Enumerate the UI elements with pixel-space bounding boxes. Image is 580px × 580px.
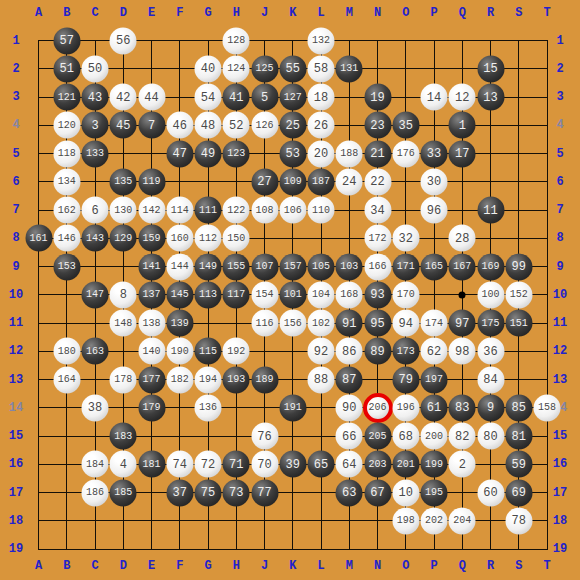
stone-B12[interactable]: 180: [53, 338, 80, 365]
coord-label-bottom: D: [120, 559, 127, 573]
coord-label-left: 11: [9, 316, 23, 330]
stone-R7[interactable]: 11: [477, 197, 504, 224]
coord-label-bottom: N: [374, 559, 381, 573]
coord-label-right: 7: [556, 203, 563, 217]
coord-label-top: L: [317, 6, 324, 20]
stone-L2[interactable]: 58: [308, 55, 335, 82]
coord-label-bottom: P: [430, 559, 437, 573]
stone-Q14[interactable]: 83: [449, 394, 476, 421]
coord-label-left: 9: [12, 260, 19, 274]
coord-label-bottom: L: [317, 559, 324, 573]
stone-Q12[interactable]: 98: [449, 338, 476, 365]
stone-S9[interactable]: 99: [505, 253, 532, 280]
coord-label-bottom: T: [543, 559, 550, 573]
stone-Q9[interactable]: 167: [449, 253, 476, 280]
stone-P6[interactable]: 30: [421, 168, 448, 195]
coord-label-top: B: [63, 6, 70, 20]
stone-L12[interactable]: 92: [308, 338, 335, 365]
stone-J9[interactable]: 107: [251, 253, 278, 280]
coord-label-left: 2: [12, 62, 19, 76]
stone-M14[interactable]: 90: [336, 394, 363, 421]
coord-label-top: K: [289, 6, 296, 20]
stone-E4[interactable]: 7: [138, 112, 165, 139]
coord-label-right: 18: [553, 514, 567, 528]
stone-L5[interactable]: 20: [308, 140, 335, 167]
stone-N8[interactable]: 172: [364, 225, 391, 252]
stone-N7[interactable]: 34: [364, 197, 391, 224]
stone-K6[interactable]: 109: [279, 168, 306, 195]
coord-label-left: 3: [12, 90, 19, 104]
stone-J11[interactable]: 116: [251, 310, 278, 337]
stone-P3[interactable]: 14: [421, 84, 448, 111]
coord-label-bottom: J: [261, 559, 268, 573]
stone-B2[interactable]: 51: [53, 55, 80, 82]
coord-label-left: 5: [12, 147, 19, 161]
stone-Q3[interactable]: 12: [449, 84, 476, 111]
stone-G5[interactable]: 49: [195, 140, 222, 167]
stone-N14-last-move[interactable]: 206: [363, 393, 393, 423]
coord-label-left: 15: [9, 429, 23, 443]
stone-C3[interactable]: 43: [82, 84, 109, 111]
coord-label-right: 5: [556, 147, 563, 161]
stone-F13[interactable]: 182: [166, 366, 193, 393]
stone-H2[interactable]: 124: [223, 55, 250, 82]
stone-O10[interactable]: 170: [392, 281, 419, 308]
coord-label-bottom: M: [346, 559, 353, 573]
stone-M16[interactable]: 64: [336, 451, 363, 478]
coord-label-left: 8: [12, 231, 19, 245]
coord-label-top: N: [374, 6, 381, 20]
stone-F11[interactable]: 139: [166, 310, 193, 337]
stone-E11[interactable]: 138: [138, 310, 165, 337]
coord-label-top: O: [402, 6, 409, 20]
coord-label-top: S: [515, 6, 522, 20]
stone-F10[interactable]: 145: [166, 281, 193, 308]
stone-L9[interactable]: 105: [308, 253, 335, 280]
stone-R10[interactable]: 100: [477, 281, 504, 308]
star-point: [459, 291, 466, 298]
stone-N5[interactable]: 21: [364, 140, 391, 167]
coord-label-right: 16: [553, 457, 567, 471]
stone-G17[interactable]: 75: [195, 479, 222, 506]
go-board[interactable]: AA11BB22CC33DD44EE55FF66GG77HH88JJ99KK10…: [0, 0, 580, 580]
stone-Q18[interactable]: 204: [449, 507, 476, 534]
coord-label-left: 17: [9, 486, 23, 500]
stone-F4[interactable]: 46: [166, 112, 193, 139]
coord-label-bottom: B: [63, 559, 70, 573]
stone-Q15[interactable]: 82: [449, 423, 476, 450]
stone-Q5[interactable]: 17: [449, 140, 476, 167]
stone-D16[interactable]: 4: [110, 451, 137, 478]
stone-D8[interactable]: 129: [110, 225, 137, 252]
stone-N12[interactable]: 89: [364, 338, 391, 365]
stone-Q4[interactable]: 1: [449, 112, 476, 139]
stone-B8[interactable]: 146: [53, 225, 80, 252]
stone-E6[interactable]: 119: [138, 168, 165, 195]
stone-O15[interactable]: 68: [392, 423, 419, 450]
coord-label-bottom: K: [289, 559, 296, 573]
coord-label-left: 7: [12, 203, 19, 217]
coord-label-top: Q: [459, 6, 466, 20]
stone-O13[interactable]: 79: [392, 366, 419, 393]
coord-label-left: 1: [12, 34, 19, 48]
stone-O18[interactable]: 198: [392, 507, 419, 534]
coord-label-right: 17: [553, 486, 567, 500]
stone-C4[interactable]: 3: [82, 112, 109, 139]
stone-L3[interactable]: 18: [308, 84, 335, 111]
stone-G3[interactable]: 54: [195, 84, 222, 111]
coord-label-left: 6: [12, 175, 19, 189]
stone-H8[interactable]: 150: [223, 225, 250, 252]
stone-G4[interactable]: 48: [195, 112, 222, 139]
stone-H13[interactable]: 193: [223, 366, 250, 393]
stone-C14[interactable]: 38: [82, 394, 109, 421]
coord-label-right: 11: [553, 316, 567, 330]
stone-S14[interactable]: 85: [505, 394, 532, 421]
stone-Q11[interactable]: 97: [449, 310, 476, 337]
stone-O9[interactable]: 171: [392, 253, 419, 280]
coord-label-top: D: [120, 6, 127, 20]
stone-M11[interactable]: 91: [336, 310, 363, 337]
coord-label-right: 10: [553, 288, 567, 302]
stone-J7[interactable]: 108: [251, 197, 278, 224]
stone-N15[interactable]: 205: [364, 423, 391, 450]
stone-C16[interactable]: 184: [82, 451, 109, 478]
stone-P16[interactable]: 199: [421, 451, 448, 478]
coord-label-top: G: [204, 6, 211, 20]
stone-O12[interactable]: 173: [392, 338, 419, 365]
stone-L11[interactable]: 102: [308, 310, 335, 337]
stone-H12[interactable]: 192: [223, 338, 250, 365]
stone-N11[interactable]: 95: [364, 310, 391, 337]
stone-D3[interactable]: 42: [110, 84, 137, 111]
stone-Q8[interactable]: 28: [449, 225, 476, 252]
stone-H4[interactable]: 52: [223, 112, 250, 139]
stone-M10[interactable]: 168: [336, 281, 363, 308]
stone-G14[interactable]: 136: [195, 394, 222, 421]
stone-J3[interactable]: 5: [251, 84, 278, 111]
stone-G12[interactable]: 115: [195, 338, 222, 365]
stone-J6[interactable]: 27: [251, 168, 278, 195]
coord-label-bottom: H: [233, 559, 240, 573]
stone-D4[interactable]: 45: [110, 112, 137, 139]
coord-label-top: T: [543, 6, 550, 20]
stone-F16[interactable]: 74: [166, 451, 193, 478]
stone-C2[interactable]: 50: [82, 55, 109, 82]
coord-label-right: 1: [556, 34, 563, 48]
stone-C10[interactable]: 147: [82, 281, 109, 308]
stone-L16[interactable]: 65: [308, 451, 335, 478]
stone-R12[interactable]: 36: [477, 338, 504, 365]
stone-M15[interactable]: 66: [336, 423, 363, 450]
stone-J2[interactable]: 125: [251, 55, 278, 82]
stone-N3[interactable]: 19: [364, 84, 391, 111]
stone-G7[interactable]: 111: [195, 197, 222, 224]
stone-C5[interactable]: 133: [82, 140, 109, 167]
coord-label-bottom: R: [487, 559, 494, 573]
stone-G2[interactable]: 40: [195, 55, 222, 82]
stone-H1[interactable]: 128: [223, 27, 250, 54]
stone-H10[interactable]: 117: [223, 281, 250, 308]
stone-J4[interactable]: 126: [251, 112, 278, 139]
stone-S10[interactable]: 152: [505, 281, 532, 308]
stone-K3[interactable]: 127: [279, 84, 306, 111]
coord-label-right: 9: [556, 260, 563, 274]
stone-B7[interactable]: 162: [53, 197, 80, 224]
coord-label-top: R: [487, 6, 494, 20]
stone-R15[interactable]: 80: [477, 423, 504, 450]
grid-line: [38, 549, 548, 550]
stone-B4[interactable]: 120: [53, 112, 80, 139]
stone-N4[interactable]: 23: [364, 112, 391, 139]
coord-label-top: P: [430, 6, 437, 20]
stone-D6[interactable]: 135: [110, 168, 137, 195]
stone-O17[interactable]: 10: [392, 479, 419, 506]
stone-N6[interactable]: 22: [364, 168, 391, 195]
coord-label-right: 15: [553, 429, 567, 443]
stone-R2[interactable]: 15: [477, 55, 504, 82]
stone-D13[interactable]: 178: [110, 366, 137, 393]
stone-L10[interactable]: 104: [308, 281, 335, 308]
stone-E10[interactable]: 137: [138, 281, 165, 308]
stone-N16[interactable]: 203: [364, 451, 391, 478]
stone-S11[interactable]: 151: [505, 310, 532, 337]
stone-T14[interactable]: 158: [534, 394, 561, 421]
stone-M17[interactable]: 63: [336, 479, 363, 506]
stone-J13[interactable]: 189: [251, 366, 278, 393]
coord-label-bottom: C: [91, 559, 98, 573]
stone-K10[interactable]: 101: [279, 281, 306, 308]
coord-label-left: 18: [9, 514, 23, 528]
stone-G16[interactable]: 72: [195, 451, 222, 478]
coord-label-top: A: [35, 6, 42, 20]
stone-E13[interactable]: 177: [138, 366, 165, 393]
coord-label-right: 4: [556, 118, 563, 132]
coord-label-bottom: Q: [459, 559, 466, 573]
stone-F12[interactable]: 190: [166, 338, 193, 365]
stone-G13[interactable]: 194: [195, 366, 222, 393]
stone-E9[interactable]: 141: [138, 253, 165, 280]
stone-D17[interactable]: 185: [110, 479, 137, 506]
stone-E3[interactable]: 44: [138, 84, 165, 111]
stone-L7[interactable]: 110: [308, 197, 335, 224]
stone-M5[interactable]: 188: [336, 140, 363, 167]
coord-label-right: 8: [556, 231, 563, 245]
stone-C7[interactable]: 6: [82, 197, 109, 224]
stone-P18[interactable]: 202: [421, 507, 448, 534]
coord-label-bottom: F: [176, 559, 183, 573]
stone-B13[interactable]: 164: [53, 366, 80, 393]
stone-K14[interactable]: 191: [279, 394, 306, 421]
stone-J10[interactable]: 154: [251, 281, 278, 308]
stone-K5[interactable]: 53: [279, 140, 306, 167]
coord-label-bottom: G: [204, 559, 211, 573]
stone-M9[interactable]: 103: [336, 253, 363, 280]
stone-E12[interactable]: 140: [138, 338, 165, 365]
coord-label-bottom: E: [148, 559, 155, 573]
coord-label-left: 14: [9, 401, 23, 415]
stone-L4[interactable]: 26: [308, 112, 335, 139]
coord-label-right: 19: [553, 542, 567, 556]
stone-M13[interactable]: 87: [336, 366, 363, 393]
stone-D7[interactable]: 130: [110, 197, 137, 224]
stone-S18[interactable]: 78: [505, 507, 532, 534]
stone-R11[interactable]: 175: [477, 310, 504, 337]
stone-D11[interactable]: 148: [110, 310, 137, 337]
stone-H5[interactable]: 123: [223, 140, 250, 167]
grid-line: [547, 40, 548, 550]
stone-O5[interactable]: 176: [392, 140, 419, 167]
coord-label-top: M: [346, 6, 353, 20]
stone-P7[interactable]: 96: [421, 197, 448, 224]
stone-H16[interactable]: 71: [223, 451, 250, 478]
stone-P17[interactable]: 195: [421, 479, 448, 506]
stone-D10[interactable]: 8: [110, 281, 137, 308]
stone-R17[interactable]: 60: [477, 479, 504, 506]
stone-K9[interactable]: 157: [279, 253, 306, 280]
stone-K2[interactable]: 55: [279, 55, 306, 82]
stone-E8[interactable]: 159: [138, 225, 165, 252]
coord-label-top: E: [148, 6, 155, 20]
stone-R14[interactable]: 9: [477, 394, 504, 421]
stone-K7[interactable]: 106: [279, 197, 306, 224]
stone-O16[interactable]: 201: [392, 451, 419, 478]
stone-J16[interactable]: 70: [251, 451, 278, 478]
stone-N10[interactable]: 93: [364, 281, 391, 308]
stone-C12[interactable]: 163: [82, 338, 109, 365]
stone-B6[interactable]: 134: [53, 168, 80, 195]
stone-F8[interactable]: 160: [166, 225, 193, 252]
stone-O4[interactable]: 35: [392, 112, 419, 139]
stone-F17[interactable]: 37: [166, 479, 193, 506]
coord-label-right: 3: [556, 90, 563, 104]
stone-O11[interactable]: 94: [392, 310, 419, 337]
coord-label-left: 10: [9, 288, 23, 302]
stone-H17[interactable]: 73: [223, 479, 250, 506]
stone-A8[interactable]: 161: [25, 225, 52, 252]
stone-S16[interactable]: 59: [505, 451, 532, 478]
stone-F5[interactable]: 47: [166, 140, 193, 167]
stone-S15[interactable]: 81: [505, 423, 532, 450]
stone-B9[interactable]: 153: [53, 253, 80, 280]
stone-G8[interactable]: 112: [195, 225, 222, 252]
coord-label-right: 2: [556, 62, 563, 76]
coord-label-right: 13: [553, 373, 567, 387]
stone-G9[interactable]: 149: [195, 253, 222, 280]
stone-D15[interactable]: 183: [110, 423, 137, 450]
stone-H9[interactable]: 155: [223, 253, 250, 280]
stone-O14[interactable]: 196: [392, 394, 419, 421]
stone-Q16[interactable]: 2: [449, 451, 476, 478]
stone-C8[interactable]: 143: [82, 225, 109, 252]
coord-label-top: C: [91, 6, 98, 20]
stone-P15[interactable]: 200: [421, 423, 448, 450]
stone-B1[interactable]: 57: [53, 27, 80, 54]
stone-M2[interactable]: 131: [336, 55, 363, 82]
coord-label-right: 6: [556, 175, 563, 189]
stone-H3[interactable]: 41: [223, 84, 250, 111]
stone-F7[interactable]: 114: [166, 197, 193, 224]
coord-label-bottom: A: [35, 559, 42, 573]
stone-K4[interactable]: 25: [279, 112, 306, 139]
stone-J15[interactable]: 76: [251, 423, 278, 450]
coord-label-left: 4: [12, 118, 19, 132]
coord-label-top: J: [261, 6, 268, 20]
stone-R3[interactable]: 13: [477, 84, 504, 111]
stone-K16[interactable]: 39: [279, 451, 306, 478]
stone-M6[interactable]: 24: [336, 168, 363, 195]
stone-O8[interactable]: 32: [392, 225, 419, 252]
stone-P11[interactable]: 174: [421, 310, 448, 337]
coord-label-bottom: S: [515, 559, 522, 573]
stone-L1[interactable]: 132: [308, 27, 335, 54]
stone-P13[interactable]: 197: [421, 366, 448, 393]
stone-P12[interactable]: 62: [421, 338, 448, 365]
stone-G10[interactable]: 113: [195, 281, 222, 308]
coord-label-left: 16: [9, 457, 23, 471]
stone-M12[interactable]: 86: [336, 338, 363, 365]
stone-N9[interactable]: 166: [364, 253, 391, 280]
coord-label-top: H: [233, 6, 240, 20]
stone-R9[interactable]: 169: [477, 253, 504, 280]
stone-H7[interactable]: 122: [223, 197, 250, 224]
stone-L6[interactable]: 187: [308, 168, 335, 195]
stone-E14[interactable]: 179: [138, 394, 165, 421]
stone-E7[interactable]: 142: [138, 197, 165, 224]
stone-F9[interactable]: 144: [166, 253, 193, 280]
stone-E16[interactable]: 181: [138, 451, 165, 478]
stone-R13[interactable]: 84: [477, 366, 504, 393]
stone-K11[interactable]: 156: [279, 310, 306, 337]
coord-label-top: F: [176, 6, 183, 20]
stone-D1[interactable]: 56: [110, 27, 137, 54]
coord-label-left: 13: [9, 373, 23, 387]
coord-label-left: 19: [9, 542, 23, 556]
stone-B5[interactable]: 118: [53, 140, 80, 167]
stone-P9[interactable]: 165: [421, 253, 448, 280]
stone-P5[interactable]: 33: [421, 140, 448, 167]
stone-C17[interactable]: 186: [82, 479, 109, 506]
stone-J17[interactable]: 77: [251, 479, 278, 506]
stone-P14[interactable]: 61: [421, 394, 448, 421]
stone-S17[interactable]: 69: [505, 479, 532, 506]
stone-L13[interactable]: 88: [308, 366, 335, 393]
stone-N17[interactable]: 67: [364, 479, 391, 506]
stone-B3[interactable]: 121: [53, 84, 80, 111]
coord-label-left: 12: [9, 344, 23, 358]
coord-label-right: 12: [553, 344, 567, 358]
coord-label-bottom: O: [402, 559, 409, 573]
